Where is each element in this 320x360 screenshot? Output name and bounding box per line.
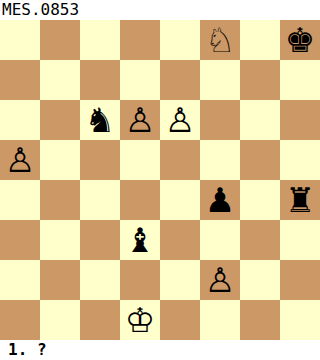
move-prompt: 1. ? (0, 340, 320, 360)
square-e7[interactable] (160, 60, 200, 100)
square-h6[interactable] (280, 100, 320, 140)
square-c2[interactable] (80, 260, 120, 300)
square-g5[interactable] (240, 140, 280, 180)
square-e1[interactable] (160, 300, 200, 340)
square-g4[interactable] (240, 180, 280, 220)
square-g1[interactable] (240, 300, 280, 340)
square-h3[interactable] (280, 220, 320, 260)
square-b4[interactable] (40, 180, 80, 220)
square-b8[interactable] (40, 20, 80, 60)
square-b5[interactable] (40, 140, 80, 180)
square-h2[interactable] (280, 260, 320, 300)
square-g6[interactable] (240, 100, 280, 140)
piece-white-king: ♔ (125, 303, 155, 337)
piece-black-knight: ♞ (85, 103, 115, 137)
square-c4[interactable] (80, 180, 120, 220)
piece-white-pawn: ♙ (205, 263, 235, 297)
square-c5[interactable] (80, 140, 120, 180)
square-c8[interactable] (80, 20, 120, 60)
square-f2[interactable]: ♙ (200, 260, 240, 300)
square-a3[interactable] (0, 220, 40, 260)
square-g3[interactable] (240, 220, 280, 260)
square-a1[interactable] (0, 300, 40, 340)
square-f3[interactable] (200, 220, 240, 260)
square-g2[interactable] (240, 260, 280, 300)
square-e3[interactable] (160, 220, 200, 260)
chess-board: ♘♚♞♙♙♙♟♜♝♙♔ (0, 20, 320, 340)
square-g8[interactable] (240, 20, 280, 60)
square-e2[interactable] (160, 260, 200, 300)
piece-black-king: ♚ (285, 23, 315, 57)
square-f4[interactable]: ♟ (200, 180, 240, 220)
square-g7[interactable] (240, 60, 280, 100)
square-e5[interactable] (160, 140, 200, 180)
square-f1[interactable] (200, 300, 240, 340)
square-e8[interactable] (160, 20, 200, 60)
square-h7[interactable] (280, 60, 320, 100)
square-b7[interactable] (40, 60, 80, 100)
square-a6[interactable] (0, 100, 40, 140)
square-b3[interactable] (40, 220, 80, 260)
piece-white-knight: ♘ (205, 23, 235, 57)
piece-white-pawn: ♙ (5, 143, 35, 177)
square-f5[interactable] (200, 140, 240, 180)
square-b6[interactable] (40, 100, 80, 140)
square-c1[interactable] (80, 300, 120, 340)
square-e4[interactable] (160, 180, 200, 220)
square-h4[interactable]: ♜ (280, 180, 320, 220)
square-c3[interactable] (80, 220, 120, 260)
square-f7[interactable] (200, 60, 240, 100)
square-h5[interactable] (280, 140, 320, 180)
square-b2[interactable] (40, 260, 80, 300)
piece-black-rook: ♜ (285, 183, 315, 217)
square-e6[interactable]: ♙ (160, 100, 200, 140)
puzzle-id: MES.0853 (0, 0, 320, 20)
chess-diagram-page: MES.0853 ♘♚♞♙♙♙♟♜♝♙♔ 1. ? (0, 0, 320, 360)
piece-white-pawn: ♙ (125, 103, 155, 137)
square-a8[interactable] (0, 20, 40, 60)
square-a2[interactable] (0, 260, 40, 300)
piece-black-bishop: ♝ (125, 223, 155, 257)
square-d7[interactable] (120, 60, 160, 100)
square-d8[interactable] (120, 20, 160, 60)
square-d3[interactable]: ♝ (120, 220, 160, 260)
square-a4[interactable] (0, 180, 40, 220)
square-d6[interactable]: ♙ (120, 100, 160, 140)
square-f6[interactable] (200, 100, 240, 140)
square-c6[interactable]: ♞ (80, 100, 120, 140)
square-d5[interactable] (120, 140, 160, 180)
square-a5[interactable]: ♙ (0, 140, 40, 180)
square-d2[interactable] (120, 260, 160, 300)
square-f8[interactable]: ♘ (200, 20, 240, 60)
square-h1[interactable] (280, 300, 320, 340)
square-a7[interactable] (0, 60, 40, 100)
piece-white-pawn: ♙ (165, 103, 195, 137)
square-c7[interactable] (80, 60, 120, 100)
square-b1[interactable] (40, 300, 80, 340)
square-d1[interactable]: ♔ (120, 300, 160, 340)
square-h8[interactable]: ♚ (280, 20, 320, 60)
piece-black-pawn: ♟ (205, 183, 235, 217)
square-d4[interactable] (120, 180, 160, 220)
